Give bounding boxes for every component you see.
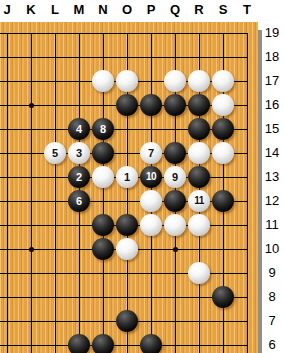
column-label-N: N bbox=[95, 2, 111, 17]
grid-line-row-9 bbox=[0, 273, 248, 274]
black-stone-N11 bbox=[92, 214, 114, 236]
black-stone-R13 bbox=[188, 166, 210, 188]
white-stone-S14 bbox=[212, 142, 234, 164]
row-label-9: 9 bbox=[260, 265, 284, 281]
column-label-K: K bbox=[23, 2, 39, 17]
column-label-Q: Q bbox=[167, 2, 183, 17]
black-stone-N10 bbox=[92, 238, 114, 260]
black-stone-P6 bbox=[140, 334, 162, 353]
white-stone-R17 bbox=[188, 70, 210, 92]
black-stone-P13: 10 bbox=[140, 166, 162, 188]
grid-line-row-19 bbox=[0, 33, 248, 34]
row-label-6: 6 bbox=[260, 337, 284, 353]
grid-line-row-14 bbox=[0, 153, 248, 154]
star-point-Q10 bbox=[173, 247, 178, 252]
grid-line-row-18 bbox=[0, 57, 248, 58]
column-label-P: P bbox=[143, 2, 159, 17]
black-stone-S12 bbox=[212, 190, 234, 212]
grid-line-row-12 bbox=[0, 201, 248, 202]
row-label-18: 18 bbox=[260, 49, 284, 65]
black-stone-S8 bbox=[212, 286, 234, 308]
row-label-19: 19 bbox=[260, 25, 284, 41]
grid-line-row-15 bbox=[0, 129, 248, 130]
column-label-M: M bbox=[71, 2, 87, 17]
white-stone-N13 bbox=[92, 166, 114, 188]
column-label-T: T bbox=[239, 2, 255, 17]
black-stone-M6 bbox=[68, 334, 90, 353]
white-stone-M14: 3 bbox=[68, 142, 90, 164]
white-stone-O10 bbox=[116, 238, 138, 260]
white-stone-S17 bbox=[212, 70, 234, 92]
row-label-11: 11 bbox=[260, 217, 284, 233]
white-stone-R11 bbox=[188, 214, 210, 236]
row-label-17: 17 bbox=[260, 73, 284, 89]
row-label-13: 13 bbox=[260, 169, 284, 185]
white-stone-Q11 bbox=[164, 214, 186, 236]
column-label-J: J bbox=[0, 2, 15, 17]
white-stone-O17 bbox=[116, 70, 138, 92]
black-stone-O7 bbox=[116, 310, 138, 332]
row-label-8: 8 bbox=[260, 289, 284, 305]
star-point-K10 bbox=[29, 247, 34, 252]
grid-line-row-8 bbox=[0, 297, 248, 298]
row-label-16: 16 bbox=[260, 97, 284, 113]
white-stone-P12 bbox=[140, 190, 162, 212]
black-stone-N6 bbox=[92, 334, 114, 353]
black-stone-Q16 bbox=[164, 94, 186, 116]
white-stone-P14: 7 bbox=[140, 142, 162, 164]
white-stone-R14 bbox=[188, 142, 210, 164]
white-stone-P11 bbox=[140, 214, 162, 236]
white-stone-L14: 5 bbox=[44, 142, 66, 164]
column-label-O: O bbox=[119, 2, 135, 17]
white-stone-R9 bbox=[188, 262, 210, 284]
black-stone-M12: 6 bbox=[68, 190, 90, 212]
white-stone-N17 bbox=[92, 70, 114, 92]
black-stone-N15: 8 bbox=[92, 118, 114, 140]
column-label-R: R bbox=[191, 2, 207, 17]
black-stone-S15 bbox=[212, 118, 234, 140]
black-stone-R16 bbox=[188, 94, 210, 116]
white-stone-O13: 1 bbox=[116, 166, 138, 188]
row-label-14: 14 bbox=[260, 145, 284, 161]
black-stone-O16 bbox=[116, 94, 138, 116]
row-label-10: 10 bbox=[260, 241, 284, 257]
white-stone-Q17 bbox=[164, 70, 186, 92]
go-diagram-screenshot: JKLMNOPQRST 191817161514131211109876 485… bbox=[0, 0, 284, 353]
column-label-S: S bbox=[215, 2, 231, 17]
white-stone-S16 bbox=[212, 94, 234, 116]
black-stone-R15 bbox=[188, 118, 210, 140]
grid-line-row-6 bbox=[0, 345, 248, 346]
black-stone-Q12 bbox=[164, 190, 186, 212]
black-stone-O11 bbox=[116, 214, 138, 236]
column-label-L: L bbox=[47, 2, 63, 17]
black-stone-Q14 bbox=[164, 142, 186, 164]
row-label-15: 15 bbox=[260, 121, 284, 137]
white-stone-Q13: 9 bbox=[164, 166, 186, 188]
black-stone-P16 bbox=[140, 94, 162, 116]
row-label-7: 7 bbox=[260, 313, 284, 329]
white-stone-R12: 11 bbox=[188, 190, 210, 212]
black-stone-N14 bbox=[92, 142, 114, 164]
black-stone-M13: 2 bbox=[68, 166, 90, 188]
row-label-12: 12 bbox=[260, 193, 284, 209]
star-point-K16 bbox=[29, 103, 34, 108]
black-stone-M15: 4 bbox=[68, 118, 90, 140]
